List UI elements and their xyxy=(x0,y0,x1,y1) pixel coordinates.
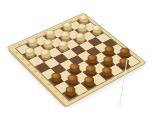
checker-piece-light xyxy=(39,53,52,62)
product-photo-scene: abcdefgh abcdefgh 87654321 87654321 xyxy=(0,0,156,120)
board-stack: abcdefgh abcdefgh 87654321 87654321 xyxy=(26,5,126,105)
